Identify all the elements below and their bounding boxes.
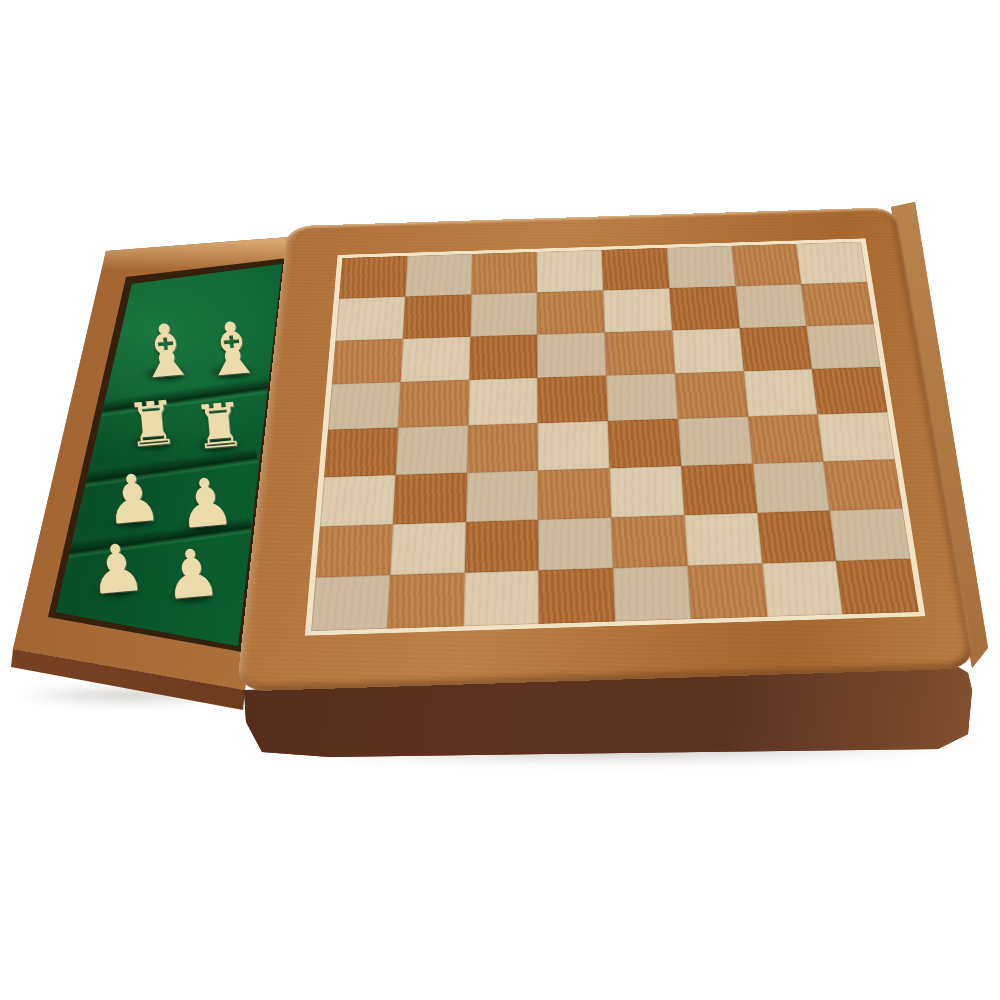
board-square-r6c3 — [466, 470, 539, 521]
board-square-r4c5 — [606, 374, 678, 421]
board-square-r7c2 — [390, 522, 466, 576]
board-square-r1c4 — [537, 250, 603, 292]
board-square-r4c3 — [468, 378, 538, 426]
board-square-r1c2 — [405, 254, 472, 297]
board-square-r6c5 — [609, 466, 684, 517]
board-square-r2c5 — [603, 288, 672, 332]
board-square-r5c5 — [608, 419, 681, 468]
board-square-r5c6 — [678, 417, 752, 466]
board-square-r2c7 — [735, 284, 806, 328]
board-square-r4c7 — [743, 369, 817, 416]
board-square-r1c1 — [339, 256, 407, 299]
white-pawn-piece: ♟ — [99, 465, 167, 536]
board-square-r8c6 — [687, 564, 766, 620]
board-square-r4c8 — [812, 367, 888, 414]
board-square-r2c4 — [537, 290, 605, 334]
board-square-r2c6 — [669, 286, 739, 330]
white-bishop-piece: ♝ — [129, 312, 203, 390]
chess-board — [311, 242, 919, 631]
board-square-r8c5 — [613, 566, 691, 622]
board-square-r3c4 — [537, 332, 606, 378]
board-square-r5c7 — [748, 414, 824, 463]
white-pawn-piece: ♟ — [83, 535, 151, 606]
board-square-r4c4 — [538, 376, 608, 423]
board-square-r5c1 — [324, 428, 398, 477]
board-square-r6c7 — [752, 461, 830, 512]
board-square-r3c7 — [739, 326, 812, 372]
board-square-r1c5 — [602, 248, 669, 290]
board-square-r5c4 — [538, 421, 610, 470]
board-square-r8c2 — [387, 573, 464, 629]
board-square-r8c7 — [762, 561, 843, 617]
board-square-r6c8 — [824, 459, 903, 510]
board-square-r7c4 — [538, 517, 613, 570]
white-rook-piece: ♜ — [121, 392, 182, 457]
board-square-r3c6 — [672, 328, 743, 374]
board-square-r8c3 — [463, 571, 539, 627]
board-square-r2c8 — [801, 282, 874, 326]
board-square-r6c6 — [681, 464, 757, 515]
board-square-r3c5 — [605, 330, 675, 376]
board-square-r6c2 — [393, 473, 467, 524]
board-square-r1c6 — [666, 246, 735, 288]
board-square-r7c6 — [684, 513, 762, 566]
board-square-r6c1 — [320, 475, 396, 526]
board-square-r2c2 — [403, 294, 471, 338]
board-square-r3c8 — [806, 324, 880, 370]
white-pawn-piece: ♟ — [158, 540, 226, 611]
board-square-r7c7 — [757, 510, 836, 563]
board-square-r6c4 — [538, 468, 611, 519]
board-frame — [236, 207, 976, 691]
board-square-r2c3 — [470, 292, 537, 336]
board-square-r7c1 — [316, 524, 393, 578]
board-square-r8c8 — [836, 559, 919, 614]
board-square-r7c8 — [830, 508, 911, 561]
board-square-r5c3 — [467, 423, 538, 472]
board-square-r7c5 — [611, 515, 687, 568]
board-perspective-plane — [236, 207, 976, 691]
board-square-r4c2 — [398, 380, 469, 428]
board-square-r1c7 — [731, 244, 801, 286]
chess-box-top — [213, 0, 976, 692]
board-square-r2c1 — [335, 296, 405, 340]
board-square-r7c3 — [464, 519, 538, 572]
board-square-r3c2 — [400, 336, 470, 382]
board-square-r4c6 — [675, 371, 748, 418]
board-square-r8c1 — [311, 575, 390, 631]
board-square-r5c8 — [818, 412, 895, 461]
board-square-r3c3 — [469, 334, 538, 380]
board-square-r1c8 — [796, 242, 867, 284]
board-square-r8c4 — [539, 568, 615, 624]
board-square-r4c1 — [328, 382, 400, 430]
chess-set-photo: ♝♝♜♜♟♟♟♟ — [0, 0, 1000, 1000]
board-square-r3c1 — [332, 338, 403, 384]
board-square-r1c3 — [471, 252, 537, 295]
board-square-r5c2 — [395, 425, 468, 474]
